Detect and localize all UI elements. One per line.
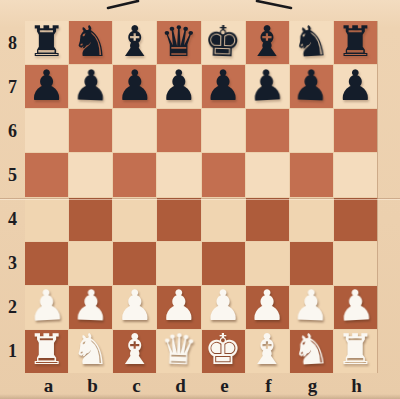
square-b3[interactable]	[69, 242, 112, 285]
square-g2[interactable]: ♟	[290, 286, 333, 329]
square-c2[interactable]: ♟	[113, 286, 156, 329]
square-b5[interactable]	[69, 153, 112, 196]
rank-label-6: 6	[0, 109, 25, 153]
square-f8[interactable]: ♝	[246, 21, 289, 64]
square-d7[interactable]: ♟	[157, 65, 200, 108]
square-f1[interactable]: ♝	[246, 330, 289, 373]
square-c8[interactable]: ♝	[113, 21, 156, 64]
piece-white-rook-h1[interactable]: ♜	[337, 329, 375, 371]
piece-black-king-e8[interactable]: ♚	[204, 20, 243, 63]
square-h7[interactable]: ♟	[334, 65, 377, 108]
square-b8[interactable]: ♞	[69, 21, 112, 64]
piece-white-pawn-e2[interactable]: ♟	[204, 285, 242, 327]
piece-black-pawn-c7[interactable]: ♟	[116, 65, 154, 107]
hanger-mark-right-icon	[257, 1, 291, 8]
square-c1[interactable]: ♝	[113, 330, 156, 373]
square-e3[interactable]	[202, 242, 245, 285]
square-a4[interactable]	[25, 198, 68, 241]
square-b6[interactable]	[69, 109, 112, 152]
hanger-mark-left-icon	[108, 1, 138, 8]
square-d6[interactable]	[157, 109, 200, 152]
square-a7[interactable]: ♟	[25, 65, 68, 108]
piece-white-rook-a1[interactable]: ♜	[28, 329, 66, 371]
square-g8[interactable]: ♞	[290, 21, 333, 64]
piece-white-pawn-f2[interactable]: ♟	[248, 285, 286, 327]
square-b7[interactable]: ♟	[69, 65, 112, 108]
square-f5[interactable]	[246, 153, 289, 196]
rank-label-5: 5	[0, 153, 25, 197]
piece-white-bishop-f1[interactable]: ♝	[248, 329, 286, 371]
square-c6[interactable]	[113, 109, 156, 152]
square-b4[interactable]	[69, 198, 112, 241]
rank-label-3: 3	[0, 241, 25, 285]
square-a1[interactable]: ♜	[25, 330, 68, 373]
rank-label-4: 4	[0, 197, 25, 241]
square-h1[interactable]: ♜	[334, 330, 377, 373]
square-e4[interactable]	[202, 198, 245, 241]
piece-black-pawn-e7[interactable]: ♟	[204, 65, 242, 107]
piece-black-bishop-f8[interactable]: ♝	[248, 21, 286, 63]
square-h4[interactable]	[334, 198, 377, 241]
square-g6[interactable]	[290, 109, 333, 152]
square-f7[interactable]: ♟	[246, 65, 289, 108]
square-e8[interactable]: ♚	[202, 21, 245, 64]
square-d1[interactable]: ♛	[157, 330, 200, 373]
piece-black-pawn-h7[interactable]: ♟	[337, 65, 375, 107]
piece-black-pawn-f7[interactable]: ♟	[247, 64, 287, 108]
piece-white-pawn-a2[interactable]: ♟	[27, 284, 67, 328]
piece-black-pawn-d7[interactable]: ♟	[160, 65, 198, 107]
square-b1[interactable]: ♞	[69, 330, 112, 373]
rank-label-1: 1	[0, 329, 25, 373]
rank-label-8: 8	[0, 21, 25, 65]
square-a5[interactable]	[25, 153, 68, 196]
piece-black-pawn-a7[interactable]: ♟	[28, 65, 66, 107]
piece-black-queen-d8[interactable]: ♛	[160, 21, 198, 63]
square-g4[interactable]	[290, 198, 333, 241]
square-h6[interactable]	[334, 109, 377, 152]
square-d8[interactable]: ♛	[157, 21, 200, 64]
square-e7[interactable]: ♟	[202, 65, 245, 108]
square-f2[interactable]: ♟	[246, 286, 289, 329]
piece-white-pawn-d2[interactable]: ♟	[160, 285, 198, 327]
board-grid: ♜♞♝♛♚♝♞♜♟♟♟♟♟♟♟♟♟♟♟♟♟♟♟♟♜♞♝♛♚♝♞♜	[25, 21, 378, 373]
piece-white-pawn-h2[interactable]: ♟	[336, 284, 376, 328]
square-a8[interactable]: ♜	[25, 21, 68, 64]
piece-black-knight-b8[interactable]: ♞	[72, 21, 110, 63]
square-d5[interactable]	[157, 153, 200, 196]
square-d3[interactable]	[157, 242, 200, 285]
square-e5[interactable]	[202, 153, 245, 196]
square-e6[interactable]	[202, 109, 245, 152]
square-h5[interactable]	[334, 153, 377, 196]
board-fold-seam	[0, 198, 400, 200]
square-h3[interactable]	[334, 242, 377, 285]
piece-white-pawn-g2[interactable]: ♟	[292, 285, 331, 328]
square-d4[interactable]	[157, 198, 200, 241]
demonstration-chessboard: 87654321 ♜♞♝♛♚♝♞♜♟♟♟♟♟♟♟♟♟♟♟♟♟♟♟♟♜♞♝♛♚♝♞…	[0, 0, 400, 399]
square-b2[interactable]: ♟	[69, 286, 112, 329]
piece-white-pawn-c2[interactable]: ♟	[116, 285, 154, 327]
square-h8[interactable]: ♜	[334, 21, 377, 64]
square-f4[interactable]	[246, 198, 289, 241]
square-e2[interactable]: ♟	[202, 286, 245, 329]
piece-white-pawn-b2[interactable]: ♟	[71, 285, 110, 328]
square-a6[interactable]	[25, 109, 68, 152]
square-c4[interactable]	[113, 198, 156, 241]
square-g5[interactable]	[290, 153, 333, 196]
piece-white-bishop-c1[interactable]: ♝	[116, 329, 154, 371]
rank-labels: 87654321	[0, 21, 25, 373]
piece-black-pawn-b7[interactable]: ♟	[71, 64, 110, 107]
piece-white-king-e1[interactable]: ♚	[204, 329, 242, 371]
square-a2[interactable]: ♟	[25, 286, 68, 329]
piece-black-knight-g8[interactable]: ♞	[291, 20, 331, 64]
piece-black-pawn-g7[interactable]: ♟	[292, 64, 331, 107]
board-bottom-edge	[0, 394, 400, 399]
square-c3[interactable]	[113, 242, 156, 285]
square-g7[interactable]: ♟	[290, 65, 333, 108]
piece-white-knight-b1[interactable]: ♞	[72, 329, 110, 371]
square-f6[interactable]	[246, 109, 289, 152]
piece-black-rook-h8[interactable]: ♜	[337, 21, 375, 63]
piece-white-queen-d1[interactable]: ♛	[159, 329, 198, 372]
square-c7[interactable]: ♟	[113, 65, 156, 108]
rank-label-7: 7	[0, 65, 25, 109]
square-g3[interactable]	[290, 242, 333, 285]
square-f3[interactable]	[246, 242, 289, 285]
square-d2[interactable]: ♟	[157, 286, 200, 329]
square-h2[interactable]: ♟	[334, 286, 377, 329]
rank-label-2: 2	[0, 285, 25, 329]
square-a3[interactable]	[25, 242, 68, 285]
piece-black-rook-a8[interactable]: ♜	[28, 21, 66, 63]
piece-white-knight-g1[interactable]: ♞	[291, 328, 331, 372]
square-c5[interactable]	[113, 153, 156, 196]
piece-black-bishop-c8[interactable]: ♝	[116, 21, 154, 63]
square-e1[interactable]: ♚	[202, 330, 245, 373]
square-g1[interactable]: ♞	[290, 330, 333, 373]
